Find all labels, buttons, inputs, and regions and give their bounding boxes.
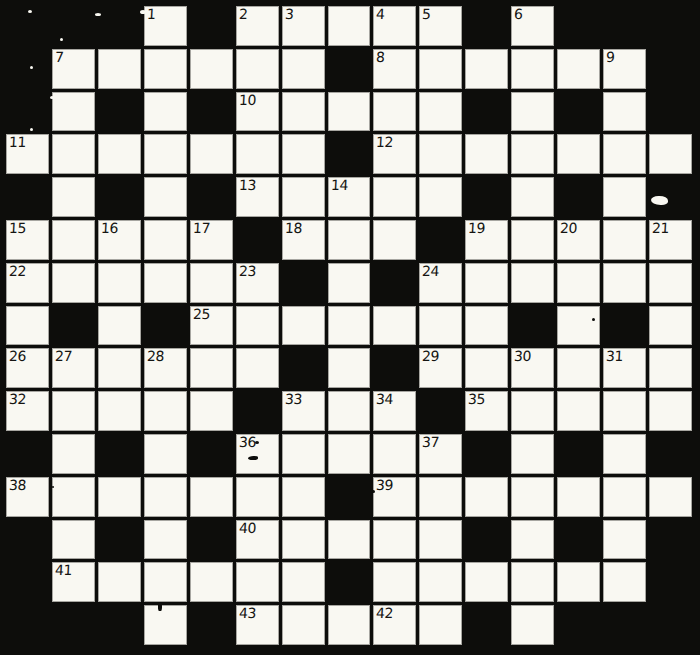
block-r13c15 — [649, 520, 692, 560]
clue-number-23: 23 — [238, 263, 256, 280]
clue-number-12: 12 — [376, 134, 394, 151]
cell-r7c1[interactable]: 22 — [6, 263, 49, 303]
clue-number-11: 11 — [9, 134, 27, 151]
cell-r8c1[interactable] — [6, 306, 49, 346]
cell-r5c9[interactable] — [373, 177, 416, 217]
cell-r14c3[interactable] — [98, 562, 141, 602]
cell-r2c12[interactable] — [511, 49, 554, 89]
clue-number-14: 14 — [330, 177, 348, 194]
block-r3c15 — [649, 92, 692, 132]
cell-r7c4[interactable] — [144, 263, 187, 303]
block-r1c15 — [649, 6, 692, 46]
cell-r4c11[interactable] — [465, 134, 508, 174]
block-r5c13 — [557, 177, 600, 217]
clue-number-35: 35 — [468, 391, 486, 408]
cell-r6c14[interactable] — [603, 220, 646, 260]
cell-r15c4[interactable] — [144, 605, 187, 645]
cell-r9c6[interactable] — [236, 348, 279, 388]
block-r3c1 — [6, 92, 49, 132]
cell-r7c11[interactable] — [465, 263, 508, 303]
block-r14c1 — [6, 562, 49, 602]
clue-number-17: 17 — [192, 220, 210, 237]
block-r5c3 — [98, 177, 141, 217]
cell-r6c2[interactable] — [52, 220, 95, 260]
crossword-grid: 1234567891011121314151617181920212223242… — [6, 6, 692, 645]
cell-r14c6[interactable] — [236, 562, 279, 602]
cell-r15c12[interactable] — [511, 605, 554, 645]
block-r13c5 — [190, 520, 233, 560]
cell-r13c2[interactable] — [52, 520, 95, 560]
block-r8c14 — [603, 306, 646, 346]
block-r8c12 — [511, 306, 554, 346]
clue-number-2: 2 — [238, 6, 247, 23]
block-r3c11 — [465, 92, 508, 132]
cell-r8c3[interactable] — [98, 306, 141, 346]
cell-r10c4[interactable] — [144, 391, 187, 431]
cell-r14c9[interactable] — [373, 562, 416, 602]
clue-number-18: 18 — [284, 220, 302, 237]
cell-r7c3[interactable] — [98, 263, 141, 303]
clue-number-22: 22 — [9, 263, 27, 280]
clue-number-1: 1 — [146, 6, 155, 23]
block-r3c5 — [190, 92, 233, 132]
cell-r10c12[interactable] — [511, 391, 554, 431]
cell-r3c8[interactable] — [328, 92, 371, 132]
clue-number-36: 36 — [238, 434, 256, 451]
block-r14c8 — [328, 562, 371, 602]
cell-r2c5[interactable] — [190, 49, 233, 89]
cell-r4c9[interactable]: 12 — [373, 134, 416, 174]
block-r2c15 — [649, 49, 692, 89]
cell-r6c15[interactable]: 21 — [649, 220, 692, 260]
cell-r10c14[interactable] — [603, 391, 646, 431]
cell-r8c10[interactable] — [419, 306, 462, 346]
cell-r14c7[interactable] — [282, 562, 325, 602]
clue-number-26: 26 — [9, 348, 27, 365]
cell-r8c13[interactable] — [557, 306, 600, 346]
cell-r9c11[interactable] — [465, 348, 508, 388]
clue-number-7: 7 — [54, 49, 63, 66]
block-r1c5 — [190, 6, 233, 46]
cell-r3c10[interactable] — [419, 92, 462, 132]
cell-r13c9[interactable] — [373, 520, 416, 560]
cell-r11c2[interactable] — [52, 434, 95, 474]
cell-r6c8[interactable] — [328, 220, 371, 260]
clue-number-43: 43 — [238, 605, 256, 622]
clue-number-3: 3 — [284, 6, 293, 23]
cell-r5c4[interactable] — [144, 177, 187, 217]
clue-number-39: 39 — [376, 477, 394, 494]
cell-r3c2[interactable] — [52, 92, 95, 132]
cell-r10c3[interactable] — [98, 391, 141, 431]
cell-r8c6[interactable] — [236, 306, 279, 346]
cell-r12c1[interactable]: 38 — [6, 477, 49, 517]
clue-number-19: 19 — [468, 220, 486, 237]
cell-r9c2[interactable]: 27 — [52, 348, 95, 388]
cell-r4c3[interactable] — [98, 134, 141, 174]
cell-r7c8[interactable] — [328, 263, 371, 303]
block-r13c11 — [465, 520, 508, 560]
clue-number-42: 42 — [376, 605, 394, 622]
block-r7c9 — [373, 263, 416, 303]
cell-r9c14[interactable]: 31 — [603, 348, 646, 388]
clue-number-15: 15 — [9, 220, 27, 237]
cell-r1c7[interactable]: 3 — [282, 6, 325, 46]
cell-r6c9[interactable] — [373, 220, 416, 260]
cell-r13c10[interactable] — [419, 520, 462, 560]
cell-r5c14[interactable] — [603, 177, 646, 217]
block-r2c1 — [6, 49, 49, 89]
block-r15c11 — [465, 605, 508, 645]
cell-r10c9[interactable]: 34 — [373, 391, 416, 431]
block-r7c7 — [282, 263, 325, 303]
block-r4c8 — [328, 134, 371, 174]
block-r15c14 — [603, 605, 646, 645]
clue-number-25: 25 — [192, 306, 210, 323]
block-r5c1 — [6, 177, 49, 217]
cell-r2c2[interactable]: 7 — [52, 49, 95, 89]
cell-r12c4[interactable] — [144, 477, 187, 517]
cell-r4c5[interactable] — [190, 134, 233, 174]
block-r12c8 — [328, 477, 371, 517]
clue-number-38: 38 — [9, 477, 27, 494]
cell-r4c2[interactable] — [52, 134, 95, 174]
block-r5c5 — [190, 177, 233, 217]
cell-r6c3[interactable]: 16 — [98, 220, 141, 260]
cell-r1c8[interactable] — [328, 6, 371, 46]
cell-r11c6[interactable]: 36 — [236, 434, 279, 474]
cell-r3c14[interactable] — [603, 92, 646, 132]
cell-r12c7[interactable] — [282, 477, 325, 517]
block-r8c2 — [52, 306, 95, 346]
cell-r15c6[interactable]: 43 — [236, 605, 279, 645]
cell-r14c4[interactable] — [144, 562, 187, 602]
cell-r5c12[interactable] — [511, 177, 554, 217]
block-r1c13 — [557, 6, 600, 46]
block-r10c6 — [236, 391, 279, 431]
cell-r14c13[interactable] — [557, 562, 600, 602]
cell-r9c13[interactable] — [557, 348, 600, 388]
block-r1c2 — [52, 6, 95, 46]
block-r14c15 — [649, 562, 692, 602]
clue-number-28: 28 — [146, 348, 164, 365]
cell-r8c8[interactable] — [328, 306, 371, 346]
cell-r9c8[interactable] — [328, 348, 371, 388]
cell-r3c7[interactable] — [282, 92, 325, 132]
cell-r9c15[interactable] — [649, 348, 692, 388]
cell-r7c13[interactable] — [557, 263, 600, 303]
cell-r15c10[interactable] — [419, 605, 462, 645]
block-r10c10 — [419, 391, 462, 431]
cell-r11c10[interactable]: 37 — [419, 434, 462, 474]
block-r2c8 — [328, 49, 371, 89]
cell-r10c13[interactable] — [557, 391, 600, 431]
cell-r2c4[interactable] — [144, 49, 187, 89]
cell-r7c12[interactable] — [511, 263, 554, 303]
cell-r14c12[interactable] — [511, 562, 554, 602]
cell-r10c2[interactable] — [52, 391, 95, 431]
clue-number-16: 16 — [100, 220, 118, 237]
block-r1c1 — [6, 6, 49, 46]
cell-r6c4[interactable] — [144, 220, 187, 260]
cell-r12c9[interactable]: 39 — [373, 477, 416, 517]
cell-r6c7[interactable]: 18 — [282, 220, 325, 260]
cell-r11c7[interactable] — [282, 434, 325, 474]
cell-r7c2[interactable] — [52, 263, 95, 303]
cell-r9c4[interactable]: 28 — [144, 348, 187, 388]
clue-number-29: 29 — [422, 348, 440, 365]
clue-number-31: 31 — [606, 348, 624, 365]
clue-number-27: 27 — [54, 348, 72, 365]
clue-number-8: 8 — [376, 49, 385, 66]
block-r13c3 — [98, 520, 141, 560]
cell-r13c14[interactable] — [603, 520, 646, 560]
cell-r14c14[interactable] — [603, 562, 646, 602]
cell-r8c9[interactable] — [373, 306, 416, 346]
cell-r10c1[interactable]: 32 — [6, 391, 49, 431]
cell-r9c5[interactable] — [190, 348, 233, 388]
block-r8c4 — [144, 306, 187, 346]
clue-number-34: 34 — [376, 391, 394, 408]
cell-r5c7[interactable] — [282, 177, 325, 217]
block-r1c11 — [465, 6, 508, 46]
cell-r9c10[interactable]: 29 — [419, 348, 462, 388]
cell-r4c7[interactable] — [282, 134, 325, 174]
cell-r12c6[interactable] — [236, 477, 279, 517]
cell-r6c5[interactable]: 17 — [190, 220, 233, 260]
cell-r13c12[interactable] — [511, 520, 554, 560]
clue-number-20: 20 — [560, 220, 578, 237]
clue-number-21: 21 — [652, 220, 670, 237]
cell-r14c11[interactable] — [465, 562, 508, 602]
cell-r5c10[interactable] — [419, 177, 462, 217]
block-r15c2 — [52, 605, 95, 645]
clue-number-10: 10 — [238, 92, 256, 109]
cell-r4c13[interactable] — [557, 134, 600, 174]
cell-r13c8[interactable] — [328, 520, 371, 560]
cell-r8c7[interactable] — [282, 306, 325, 346]
block-r11c1 — [6, 434, 49, 474]
clue-number-32: 32 — [9, 391, 27, 408]
cell-r4c6[interactable] — [236, 134, 279, 174]
block-r15c3 — [98, 605, 141, 645]
cell-r15c8[interactable] — [328, 605, 371, 645]
cell-r6c1[interactable]: 15 — [6, 220, 49, 260]
cell-r2c3[interactable] — [98, 49, 141, 89]
block-r13c13 — [557, 520, 600, 560]
cell-r5c6[interactable]: 13 — [236, 177, 279, 217]
clue-number-33: 33 — [284, 391, 302, 408]
cell-r2c11[interactable] — [465, 49, 508, 89]
cell-r6c11[interactable]: 19 — [465, 220, 508, 260]
clue-number-13: 13 — [238, 177, 256, 194]
cell-r4c15[interactable] — [649, 134, 692, 174]
cell-r2c10[interactable] — [419, 49, 462, 89]
cell-r14c5[interactable] — [190, 562, 233, 602]
clue-number-5: 5 — [422, 6, 431, 23]
cell-r15c7[interactable] — [282, 605, 325, 645]
cell-r11c14[interactable] — [603, 434, 646, 474]
block-r6c6 — [236, 220, 279, 260]
block-r3c13 — [557, 92, 600, 132]
cell-r11c8[interactable] — [328, 434, 371, 474]
cell-r10c7[interactable]: 33 — [282, 391, 325, 431]
block-r6c10 — [419, 220, 462, 260]
cell-r12c11[interactable] — [465, 477, 508, 517]
cell-r4c10[interactable] — [419, 134, 462, 174]
cell-r3c6[interactable]: 10 — [236, 92, 279, 132]
cell-r11c9[interactable] — [373, 434, 416, 474]
block-r9c9 — [373, 348, 416, 388]
cell-r12c12[interactable] — [511, 477, 554, 517]
cell-r8c5[interactable]: 25 — [190, 306, 233, 346]
cell-r10c5[interactable] — [190, 391, 233, 431]
block-r1c3 — [98, 6, 141, 46]
block-r15c15 — [649, 605, 692, 645]
cell-r11c4[interactable] — [144, 434, 187, 474]
clue-number-9: 9 — [606, 49, 615, 66]
block-r3c3 — [98, 92, 141, 132]
cell-r12c3[interactable] — [98, 477, 141, 517]
cell-r3c9[interactable] — [373, 92, 416, 132]
cell-r1c4[interactable]: 1 — [144, 6, 187, 46]
cell-r13c6[interactable]: 40 — [236, 520, 279, 560]
block-r9c7 — [282, 348, 325, 388]
cell-r1c12[interactable]: 6 — [511, 6, 554, 46]
cell-r1c6[interactable]: 2 — [236, 6, 279, 46]
block-r11c3 — [98, 434, 141, 474]
cell-r14c2[interactable]: 41 — [52, 562, 95, 602]
cell-r6c13[interactable]: 20 — [557, 220, 600, 260]
cell-r3c4[interactable] — [144, 92, 187, 132]
clue-number-40: 40 — [238, 520, 256, 537]
cell-r2c14[interactable]: 9 — [603, 49, 646, 89]
clue-number-41: 41 — [54, 562, 72, 579]
block-r15c5 — [190, 605, 233, 645]
block-r1c14 — [603, 6, 646, 46]
cell-r12c5[interactable] — [190, 477, 233, 517]
cell-r10c15[interactable] — [649, 391, 692, 431]
block-r15c1 — [6, 605, 49, 645]
cell-r14c10[interactable] — [419, 562, 462, 602]
block-r5c15 — [649, 177, 692, 217]
block-r11c11 — [465, 434, 508, 474]
cell-r3c12[interactable] — [511, 92, 554, 132]
cell-r6c12[interactable] — [511, 220, 554, 260]
clue-number-4: 4 — [376, 6, 385, 23]
cell-r2c6[interactable] — [236, 49, 279, 89]
cell-r12c15[interactable] — [649, 477, 692, 517]
cell-r2c7[interactable] — [282, 49, 325, 89]
cell-r12c14[interactable] — [603, 477, 646, 517]
cell-r4c4[interactable] — [144, 134, 187, 174]
cell-r2c9[interactable]: 8 — [373, 49, 416, 89]
cell-r5c2[interactable] — [52, 177, 95, 217]
clue-number-37: 37 — [422, 434, 440, 451]
block-r11c13 — [557, 434, 600, 474]
cell-r12c2[interactable] — [52, 477, 95, 517]
cell-r7c5[interactable] — [190, 263, 233, 303]
cell-r1c10[interactable]: 5 — [419, 6, 462, 46]
cell-r13c7[interactable] — [282, 520, 325, 560]
cell-r5c8[interactable]: 14 — [328, 177, 371, 217]
block-r11c15 — [649, 434, 692, 474]
cell-r11c12[interactable] — [511, 434, 554, 474]
cell-r1c9[interactable]: 4 — [373, 6, 416, 46]
block-r11c5 — [190, 434, 233, 474]
cell-r7c6[interactable]: 23 — [236, 263, 279, 303]
cell-r9c3[interactable] — [98, 348, 141, 388]
cell-r7c15[interactable] — [649, 263, 692, 303]
cell-r4c12[interactable] — [511, 134, 554, 174]
cell-r10c8[interactable] — [328, 391, 371, 431]
cell-r9c12[interactable]: 30 — [511, 348, 554, 388]
cell-r7c10[interactable]: 24 — [419, 263, 462, 303]
block-r13c1 — [6, 520, 49, 560]
cell-r4c1[interactable]: 11 — [6, 134, 49, 174]
cell-r13c4[interactable] — [144, 520, 187, 560]
cell-r12c13[interactable] — [557, 477, 600, 517]
clue-number-24: 24 — [422, 263, 440, 280]
cell-r8c15[interactable] — [649, 306, 692, 346]
cell-r8c11[interactable] — [465, 306, 508, 346]
crossword-board: 1234567891011121314151617181920212223242… — [0, 0, 700, 655]
cell-r15c9[interactable]: 42 — [373, 605, 416, 645]
cell-r7c14[interactable] — [603, 263, 646, 303]
cell-r10c11[interactable]: 35 — [465, 391, 508, 431]
clue-number-30: 30 — [514, 348, 532, 365]
cell-r12c10[interactable] — [419, 477, 462, 517]
cell-r4c14[interactable] — [603, 134, 646, 174]
cell-r2c13[interactable] — [557, 49, 600, 89]
block-r5c11 — [465, 177, 508, 217]
clue-number-6: 6 — [514, 6, 523, 23]
cell-r9c1[interactable]: 26 — [6, 348, 49, 388]
block-r15c13 — [557, 605, 600, 645]
